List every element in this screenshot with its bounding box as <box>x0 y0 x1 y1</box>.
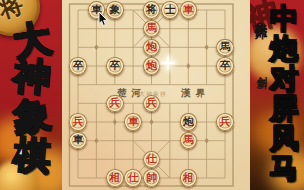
piece-red-f7r9[interactable]: 相 <box>180 169 198 187</box>
thumbnail: 将 大 神 象 棋 <box>0 0 304 190</box>
main-title-char-4: 屏 <box>265 95 303 123</box>
piece-black-f9r2[interactable]: 馬 <box>216 39 234 57</box>
main-title-char-3: 对 <box>265 65 303 93</box>
left-title-char-4: 棋 <box>7 135 57 175</box>
main-title-char-6: 马 <box>265 155 303 183</box>
piece-black-f5r0[interactable]: 将 <box>143 1 161 19</box>
piece-red-f1r6[interactable]: 兵 <box>69 113 87 131</box>
piece-black-f1r3[interactable]: 卒 <box>69 57 87 75</box>
piece-black-f6r0[interactable]: 士 <box>161 1 179 19</box>
xiangqi-board: 楚河 漢界 大神象棋 車象将士車馬炮馬卒卒炮卒兵兵兵車炮兵車馬仕相仕帥相 <box>62 0 250 190</box>
main-title-char-2: 炮 <box>265 35 303 63</box>
piece-red-f3r9[interactable]: 相 <box>106 169 124 187</box>
piece-black-f1r7[interactable]: 車 <box>69 132 87 150</box>
piece-red-f7r0[interactable]: 車 <box>180 1 198 19</box>
piece-red-f4r9[interactable]: 仕 <box>124 169 142 187</box>
piece-black-f7r6[interactable]: 炮 <box>180 113 198 131</box>
piece-red-f4r6[interactable]: 車 <box>124 113 142 131</box>
piece-black-f3r3[interactable]: 卒 <box>106 57 124 75</box>
right-banner: 神 象棋大师 创新 中 炮 对 屏 风 马 <box>250 0 304 190</box>
piece-red-f3r5[interactable]: 兵 <box>106 95 124 113</box>
piece-red-f9r6[interactable]: 兵 <box>216 113 234 131</box>
mouse-cursor-icon <box>98 12 109 27</box>
piece-red-f5r3[interactable]: 炮 <box>143 57 161 75</box>
piece-black-f9r3[interactable]: 卒 <box>216 57 234 75</box>
left-title-char-3: 象 <box>6 96 58 138</box>
piece-red-f5r9[interactable]: 帥 <box>143 169 161 187</box>
left-title-char-2: 神 <box>6 56 57 97</box>
main-title-char-5: 风 <box>265 125 303 153</box>
left-banner: 将 大 神 象 棋 <box>0 0 62 190</box>
river-label-right: 漢界 <box>181 87 210 100</box>
main-title-char-1: 中 <box>265 5 303 33</box>
